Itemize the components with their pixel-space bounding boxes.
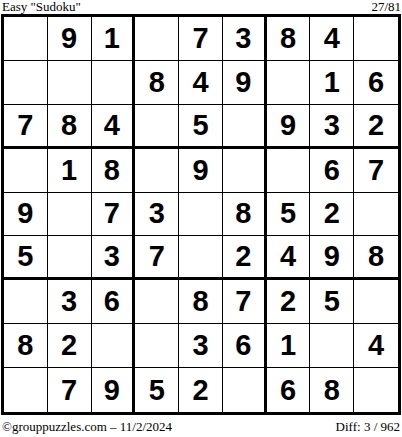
cell-r7c6: 7 xyxy=(223,280,267,324)
cell-r4c2: 1 xyxy=(48,149,92,193)
footer: ©grouppuzzles.com – 11/2/2024 Diff: 3 / … xyxy=(2,419,400,435)
cell-r6c7: 4 xyxy=(267,236,311,280)
cell-r9c4: 5 xyxy=(135,368,179,412)
cell-r6c1: 5 xyxy=(4,236,48,280)
puzzle-title: Easy "Sudoku" xyxy=(2,0,81,14)
cell-r9c7: 6 xyxy=(267,368,311,412)
cell-r4c1[interactable] xyxy=(4,149,48,193)
cell-r4c8: 6 xyxy=(310,149,354,193)
cell-r9c3: 9 xyxy=(92,368,136,412)
cell-r8c5: 3 xyxy=(179,324,223,368)
cell-r6c6: 2 xyxy=(223,236,267,280)
cell-r5c1: 9 xyxy=(4,193,48,237)
cell-r7c7: 2 xyxy=(267,280,311,324)
cell-r2c2[interactable] xyxy=(48,61,92,105)
cell-r6c2[interactable] xyxy=(48,236,92,280)
cell-r1c7: 8 xyxy=(267,17,311,61)
cell-r4c6[interactable] xyxy=(223,149,267,193)
cell-r5c3: 7 xyxy=(92,193,136,237)
cell-r1c9[interactable] xyxy=(354,17,398,61)
cell-r4c3: 8 xyxy=(92,149,136,193)
cell-r7c3: 6 xyxy=(92,280,136,324)
sudoku-page: Easy "Sudoku" 27/81 91738484916784593218… xyxy=(0,0,402,437)
cell-r2c8: 1 xyxy=(310,61,354,105)
cell-r2c6: 9 xyxy=(223,61,267,105)
cell-r9c2: 7 xyxy=(48,368,92,412)
cell-r8c3[interactable] xyxy=(92,324,136,368)
cell-r5c9[interactable] xyxy=(354,193,398,237)
cell-r6c5[interactable] xyxy=(179,236,223,280)
cell-r9c8: 8 xyxy=(310,368,354,412)
cell-r2c1[interactable] xyxy=(4,61,48,105)
cell-r3c9: 2 xyxy=(354,105,398,149)
cell-r5c8: 2 xyxy=(310,193,354,237)
cell-r5c6: 8 xyxy=(223,193,267,237)
cell-r8c2: 2 xyxy=(48,324,92,368)
cell-r6c8: 9 xyxy=(310,236,354,280)
copyright-text: ©grouppuzzles.com – 11/2/2024 xyxy=(2,419,172,434)
cell-r7c4[interactable] xyxy=(135,280,179,324)
cell-r8c4[interactable] xyxy=(135,324,179,368)
cell-r9c5: 2 xyxy=(179,368,223,412)
cell-r9c9[interactable] xyxy=(354,368,398,412)
cell-r2c3[interactable] xyxy=(92,61,136,105)
cell-r4c5: 9 xyxy=(179,149,223,193)
sudoku-board: 9173848491678459321896797385253724983687… xyxy=(1,14,401,415)
cell-r6c9: 8 xyxy=(354,236,398,280)
cell-r5c5[interactable] xyxy=(179,193,223,237)
cell-r1c5: 7 xyxy=(179,17,223,61)
cell-r1c3: 1 xyxy=(92,17,136,61)
cell-r8c7: 1 xyxy=(267,324,311,368)
cell-r3c2: 8 xyxy=(48,105,92,149)
cell-r1c2: 9 xyxy=(48,17,92,61)
cell-r3c1: 7 xyxy=(4,105,48,149)
cell-r3c6[interactable] xyxy=(223,105,267,149)
cell-r3c4[interactable] xyxy=(135,105,179,149)
cell-r6c4: 7 xyxy=(135,236,179,280)
cell-r6c3: 3 xyxy=(92,236,136,280)
cell-r2c4: 8 xyxy=(135,61,179,105)
difficulty-text: Diff: 3 / 962 xyxy=(336,419,400,434)
cell-r7c5: 8 xyxy=(179,280,223,324)
cell-r1c4[interactable] xyxy=(135,17,179,61)
cell-r4c4[interactable] xyxy=(135,149,179,193)
cell-r1c1[interactable] xyxy=(4,17,48,61)
cell-r1c6: 3 xyxy=(223,17,267,61)
cell-r8c1: 8 xyxy=(4,324,48,368)
cell-r3c3: 4 xyxy=(92,105,136,149)
cell-r1c8: 4 xyxy=(310,17,354,61)
header: Easy "Sudoku" 27/81 xyxy=(2,0,401,14)
cell-r5c4: 3 xyxy=(135,193,179,237)
cell-r9c1[interactable] xyxy=(4,368,48,412)
cell-r3c8: 3 xyxy=(310,105,354,149)
cell-r7c1[interactable] xyxy=(4,280,48,324)
cell-r8c6: 6 xyxy=(223,324,267,368)
cell-r7c2: 3 xyxy=(48,280,92,324)
cell-r3c5: 5 xyxy=(179,105,223,149)
cell-r8c9: 4 xyxy=(354,324,398,368)
cell-r9c6[interactable] xyxy=(223,368,267,412)
cell-r2c9: 6 xyxy=(354,61,398,105)
cell-r2c5: 4 xyxy=(179,61,223,105)
cell-r5c2[interactable] xyxy=(48,193,92,237)
cell-r5c7: 5 xyxy=(267,193,311,237)
cell-r2c7[interactable] xyxy=(267,61,311,105)
empty-cells-counter: 27/81 xyxy=(371,0,401,14)
cell-r3c7: 9 xyxy=(267,105,311,149)
cell-r7c9[interactable] xyxy=(354,280,398,324)
cell-r4c9: 7 xyxy=(354,149,398,193)
cell-r8c8[interactable] xyxy=(310,324,354,368)
cell-r4c7[interactable] xyxy=(267,149,311,193)
cell-r7c8: 5 xyxy=(310,280,354,324)
